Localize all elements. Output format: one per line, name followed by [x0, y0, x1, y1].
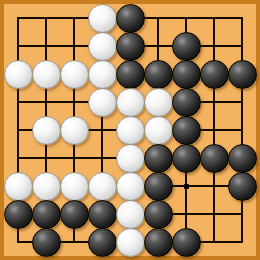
stone-white	[32, 60, 61, 89]
stone-white	[116, 200, 145, 229]
stone-white	[116, 144, 145, 173]
stone-black	[144, 60, 173, 89]
stone-white	[116, 116, 145, 145]
stone-black	[144, 200, 173, 229]
stone-white	[32, 116, 61, 145]
stone-black	[144, 144, 173, 173]
stone-white	[60, 116, 89, 145]
stone-black	[172, 116, 201, 145]
stone-white	[88, 60, 117, 89]
stone-black	[228, 144, 257, 173]
stone-black	[172, 60, 201, 89]
stone-white	[116, 228, 145, 257]
stone-black	[200, 144, 229, 173]
stone-black	[4, 200, 33, 229]
grid-line-vertical	[213, 17, 215, 243]
stone-black	[172, 88, 201, 117]
stone-white	[88, 172, 117, 201]
stone-white	[60, 172, 89, 201]
stone-white	[60, 60, 89, 89]
stone-black	[116, 60, 145, 89]
stone-black	[144, 172, 173, 201]
stone-white	[144, 88, 173, 117]
stone-black	[144, 228, 173, 257]
stone-black	[116, 32, 145, 61]
stone-black	[172, 144, 201, 173]
stone-white	[116, 172, 145, 201]
stone-black	[172, 228, 201, 257]
stone-white	[32, 172, 61, 201]
stone-black	[60, 200, 89, 229]
stone-black	[32, 228, 61, 257]
stone-black	[32, 200, 61, 229]
hoshi-point	[184, 184, 189, 189]
stone-black	[200, 60, 229, 89]
stone-black	[228, 60, 257, 89]
stone-black	[88, 200, 117, 229]
go-board[interactable]	[0, 0, 260, 260]
stone-black	[172, 32, 201, 61]
stone-white	[88, 88, 117, 117]
stone-white	[4, 172, 33, 201]
stone-white	[4, 60, 33, 89]
grid-line-vertical	[241, 17, 243, 243]
stone-black	[116, 4, 145, 33]
stone-white	[88, 4, 117, 33]
stone-black	[228, 172, 257, 201]
stone-black	[88, 228, 117, 257]
stone-white	[88, 32, 117, 61]
stone-white	[144, 116, 173, 145]
stone-white	[116, 88, 145, 117]
